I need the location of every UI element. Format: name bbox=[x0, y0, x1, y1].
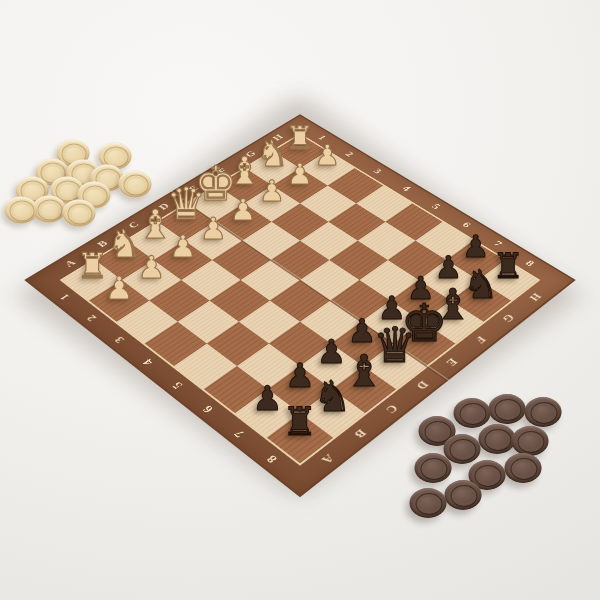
dark-checker bbox=[479, 424, 516, 454]
light-checker bbox=[5, 197, 38, 224]
light-checker bbox=[63, 200, 96, 227]
dark-checker bbox=[445, 480, 482, 510]
dark-checker bbox=[444, 434, 481, 464]
dark-checker bbox=[505, 453, 542, 483]
product-photo-stage: AABBCCDDEEFFGGHH1122334455667788 ♜♞♝♛♚♝♞… bbox=[0, 0, 600, 600]
dark-checker bbox=[489, 394, 526, 424]
dark-checker bbox=[512, 426, 549, 456]
checkers-layer bbox=[0, 0, 600, 600]
light-checker bbox=[119, 171, 152, 198]
dark-checker bbox=[454, 398, 491, 428]
dark-checker bbox=[525, 397, 562, 427]
dark-checker bbox=[410, 488, 447, 518]
dark-checker bbox=[415, 453, 452, 483]
